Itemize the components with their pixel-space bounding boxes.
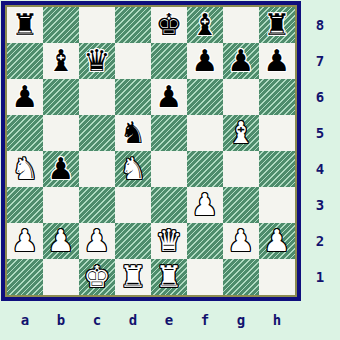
- square-d1[interactable]: ♜: [115, 259, 151, 295]
- piece-black-pawn: ♟: [259, 43, 295, 79]
- piece-black-knight: ♞: [115, 115, 151, 151]
- square-d4[interactable]: ♞: [115, 151, 151, 187]
- piece-white-knight: ♞: [7, 151, 43, 187]
- piece-black-pawn: ♟: [7, 79, 43, 115]
- rank-label-7: 7: [307, 43, 333, 79]
- square-h1[interactable]: [259, 259, 295, 295]
- piece-white-pawn: ♟: [79, 223, 115, 259]
- file-label-h: h: [259, 311, 295, 329]
- square-g8[interactable]: [223, 7, 259, 43]
- file-label-e: e: [151, 311, 187, 329]
- square-b4[interactable]: ♟: [43, 151, 79, 187]
- piece-black-bishop: ♝: [43, 43, 79, 79]
- square-a7[interactable]: [7, 43, 43, 79]
- piece-black-king: ♚: [151, 7, 187, 43]
- square-a3[interactable]: [7, 187, 43, 223]
- square-h7[interactable]: ♟: [259, 43, 295, 79]
- square-b8[interactable]: [43, 7, 79, 43]
- square-e7[interactable]: [151, 43, 187, 79]
- square-c1[interactable]: ♚: [79, 259, 115, 295]
- square-a6[interactable]: ♟: [7, 79, 43, 115]
- chess-board: ♜♚♝♜♝♛♟♟♟♟♟♞♝♞♟♞♟♟♟♟♛♟♟♚♜♜: [5, 5, 297, 297]
- square-g1[interactable]: [223, 259, 259, 295]
- piece-black-rook: ♜: [259, 7, 295, 43]
- square-g4[interactable]: [223, 151, 259, 187]
- square-c7[interactable]: ♛: [79, 43, 115, 79]
- square-c8[interactable]: [79, 7, 115, 43]
- file-labels: a b c d e f g h: [7, 311, 295, 329]
- square-h2[interactable]: ♟: [259, 223, 295, 259]
- square-f8[interactable]: ♝: [187, 7, 223, 43]
- square-e3[interactable]: [151, 187, 187, 223]
- board-frame: ♜♚♝♜♝♛♟♟♟♟♟♞♝♞♟♞♟♟♟♟♛♟♟♚♜♜: [1, 1, 301, 301]
- square-h4[interactable]: [259, 151, 295, 187]
- file-label-a: a: [7, 311, 43, 329]
- square-c2[interactable]: ♟: [79, 223, 115, 259]
- square-c6[interactable]: [79, 79, 115, 115]
- square-h6[interactable]: [259, 79, 295, 115]
- file-label-f: f: [187, 311, 223, 329]
- square-e8[interactable]: ♚: [151, 7, 187, 43]
- square-d8[interactable]: [115, 7, 151, 43]
- square-e5[interactable]: [151, 115, 187, 151]
- square-f4[interactable]: [187, 151, 223, 187]
- piece-white-pawn: ♟: [43, 223, 79, 259]
- piece-white-queen: ♛: [151, 223, 187, 259]
- piece-white-pawn: ♟: [259, 223, 295, 259]
- file-label-c: c: [79, 311, 115, 329]
- square-b7[interactable]: ♝: [43, 43, 79, 79]
- rank-label-8: 8: [307, 7, 333, 43]
- piece-black-pawn: ♟: [43, 151, 79, 187]
- square-b6[interactable]: [43, 79, 79, 115]
- square-a4[interactable]: ♞: [7, 151, 43, 187]
- piece-white-pawn: ♟: [187, 187, 223, 223]
- square-f6[interactable]: [187, 79, 223, 115]
- piece-black-rook: ♜: [7, 7, 43, 43]
- square-d7[interactable]: [115, 43, 151, 79]
- square-c4[interactable]: [79, 151, 115, 187]
- piece-white-rook: ♜: [151, 259, 187, 295]
- rank-labels: 8 7 6 5 4 3 2 1: [307, 7, 333, 295]
- square-d6[interactable]: [115, 79, 151, 115]
- piece-black-pawn: ♟: [151, 79, 187, 115]
- square-a8[interactable]: ♜: [7, 7, 43, 43]
- file-label-b: b: [43, 311, 79, 329]
- square-g7[interactable]: ♟: [223, 43, 259, 79]
- square-h8[interactable]: ♜: [259, 7, 295, 43]
- rank-label-3: 3: [307, 187, 333, 223]
- square-f5[interactable]: [187, 115, 223, 151]
- square-f2[interactable]: [187, 223, 223, 259]
- square-d5[interactable]: ♞: [115, 115, 151, 151]
- square-g5[interactable]: ♝: [223, 115, 259, 151]
- square-e6[interactable]: ♟: [151, 79, 187, 115]
- square-g6[interactable]: [223, 79, 259, 115]
- square-f7[interactable]: ♟: [187, 43, 223, 79]
- file-label-g: g: [223, 311, 259, 329]
- square-e4[interactable]: [151, 151, 187, 187]
- piece-black-pawn: ♟: [223, 43, 259, 79]
- square-b2[interactable]: ♟: [43, 223, 79, 259]
- piece-white-pawn: ♟: [223, 223, 259, 259]
- square-e2[interactable]: ♛: [151, 223, 187, 259]
- piece-white-bishop: ♝: [223, 115, 259, 151]
- square-d2[interactable]: [115, 223, 151, 259]
- rank-label-5: 5: [307, 115, 333, 151]
- square-e1[interactable]: ♜: [151, 259, 187, 295]
- rank-label-2: 2: [307, 223, 333, 259]
- square-g3[interactable]: [223, 187, 259, 223]
- piece-black-bishop: ♝: [187, 7, 223, 43]
- rank-label-1: 1: [307, 259, 333, 295]
- piece-black-queen: ♛: [79, 43, 115, 79]
- square-d3[interactable]: [115, 187, 151, 223]
- square-h5[interactable]: [259, 115, 295, 151]
- rank-label-4: 4: [307, 151, 333, 187]
- square-f3[interactable]: ♟: [187, 187, 223, 223]
- square-b3[interactable]: [43, 187, 79, 223]
- square-a5[interactable]: [7, 115, 43, 151]
- square-b5[interactable]: [43, 115, 79, 151]
- square-f1[interactable]: [187, 259, 223, 295]
- square-a2[interactable]: ♟: [7, 223, 43, 259]
- square-c5[interactable]: [79, 115, 115, 151]
- file-label-d: d: [115, 311, 151, 329]
- piece-white-rook: ♜: [115, 259, 151, 295]
- square-b1[interactable]: [43, 259, 79, 295]
- square-g2[interactable]: ♟: [223, 223, 259, 259]
- square-c3[interactable]: [79, 187, 115, 223]
- rank-label-6: 6: [307, 79, 333, 115]
- piece-white-king: ♚: [79, 259, 115, 295]
- square-a1[interactable]: [7, 259, 43, 295]
- piece-white-knight: ♞: [115, 151, 151, 187]
- piece-white-pawn: ♟: [7, 223, 43, 259]
- square-h3[interactable]: [259, 187, 295, 223]
- piece-black-pawn: ♟: [187, 43, 223, 79]
